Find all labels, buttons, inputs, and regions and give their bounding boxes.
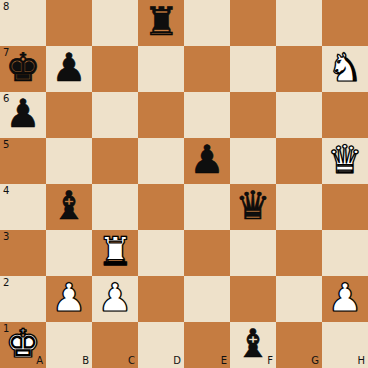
square-g3[interactable] <box>276 230 322 276</box>
square-h7[interactable]: ♞ <box>322 46 368 92</box>
square-h2[interactable]: ♟ <box>322 276 368 322</box>
file-label-a: A <box>36 356 43 366</box>
square-f1[interactable]: ♝F <box>230 322 276 368</box>
square-b8[interactable] <box>46 0 92 46</box>
square-d1[interactable]: D <box>138 322 184 368</box>
file-label-e: E <box>221 356 227 366</box>
square-c6[interactable] <box>92 92 138 138</box>
rank-label-4: 4 <box>3 186 9 196</box>
square-h3[interactable] <box>322 230 368 276</box>
square-f3[interactable] <box>230 230 276 276</box>
square-a7[interactable]: ♚7 <box>0 46 46 92</box>
square-g7[interactable] <box>276 46 322 92</box>
file-label-b: B <box>82 356 89 366</box>
rank-label-6: 6 <box>3 94 9 104</box>
square-b6[interactable] <box>46 92 92 138</box>
square-e5[interactable]: ♟ <box>184 138 230 184</box>
square-f8[interactable] <box>230 0 276 46</box>
square-e8[interactable] <box>184 0 230 46</box>
square-g2[interactable] <box>276 276 322 322</box>
square-e1[interactable]: E <box>184 322 230 368</box>
square-a3[interactable]: 3 <box>0 230 46 276</box>
square-c8[interactable] <box>92 0 138 46</box>
black-bishop[interactable]: ♝ <box>52 183 87 229</box>
square-b3[interactable] <box>46 230 92 276</box>
file-label-g: G <box>311 356 319 366</box>
square-d2[interactable] <box>138 276 184 322</box>
square-g1[interactable]: G <box>276 322 322 368</box>
square-d6[interactable] <box>138 92 184 138</box>
square-b4[interactable]: ♝ <box>46 184 92 230</box>
square-b7[interactable]: ♟ <box>46 46 92 92</box>
square-c3[interactable]: ♜ <box>92 230 138 276</box>
black-pawn[interactable]: ♟ <box>52 45 87 91</box>
square-d5[interactable] <box>138 138 184 184</box>
square-c1[interactable]: C <box>92 322 138 368</box>
rank-label-3: 3 <box>3 232 9 242</box>
square-b1[interactable]: B <box>46 322 92 368</box>
file-label-d: D <box>173 356 181 366</box>
chess-board: 8♜♚7♟♞♟65♟♛4♝♛3♜2♟♟♟♚1ABCDE♝FGH <box>0 0 368 368</box>
file-label-h: H <box>357 356 365 366</box>
white-knight[interactable]: ♞ <box>328 45 363 91</box>
rank-label-2: 2 <box>3 278 9 288</box>
square-h4[interactable] <box>322 184 368 230</box>
square-e4[interactable] <box>184 184 230 230</box>
square-a8[interactable]: 8 <box>0 0 46 46</box>
square-e6[interactable] <box>184 92 230 138</box>
square-e2[interactable] <box>184 276 230 322</box>
square-b5[interactable] <box>46 138 92 184</box>
square-c2[interactable]: ♟ <box>92 276 138 322</box>
square-f7[interactable] <box>230 46 276 92</box>
square-h6[interactable] <box>322 92 368 138</box>
black-pawn[interactable]: ♟ <box>190 137 225 183</box>
square-e3[interactable] <box>184 230 230 276</box>
square-c4[interactable] <box>92 184 138 230</box>
white-pawn[interactable]: ♟ <box>328 275 363 321</box>
square-d7[interactable] <box>138 46 184 92</box>
square-a1[interactable]: ♚1A <box>0 322 46 368</box>
square-a2[interactable]: 2 <box>0 276 46 322</box>
rank-label-8: 8 <box>3 2 9 12</box>
square-c5[interactable] <box>92 138 138 184</box>
square-f2[interactable] <box>230 276 276 322</box>
square-a4[interactable]: 4 <box>0 184 46 230</box>
square-d4[interactable] <box>138 184 184 230</box>
white-pawn[interactable]: ♟ <box>52 275 87 321</box>
black-rook[interactable]: ♜ <box>144 0 179 45</box>
black-pawn[interactable]: ♟ <box>6 91 41 137</box>
rank-label-1: 1 <box>3 324 9 334</box>
square-h8[interactable] <box>322 0 368 46</box>
white-pawn[interactable]: ♟ <box>98 275 133 321</box>
square-f4[interactable]: ♛ <box>230 184 276 230</box>
rank-label-5: 5 <box>3 140 9 150</box>
square-h5[interactable]: ♛ <box>322 138 368 184</box>
white-queen[interactable]: ♛ <box>328 137 363 183</box>
file-label-f: F <box>267 356 273 366</box>
white-rook[interactable]: ♜ <box>98 229 133 275</box>
square-d8[interactable]: ♜ <box>138 0 184 46</box>
square-g5[interactable] <box>276 138 322 184</box>
square-a6[interactable]: ♟6 <box>0 92 46 138</box>
square-c7[interactable] <box>92 46 138 92</box>
square-g4[interactable] <box>276 184 322 230</box>
rank-label-7: 7 <box>3 48 9 58</box>
square-d3[interactable] <box>138 230 184 276</box>
file-label-c: C <box>128 356 135 366</box>
square-g6[interactable] <box>276 92 322 138</box>
square-f6[interactable] <box>230 92 276 138</box>
square-e7[interactable] <box>184 46 230 92</box>
black-queen[interactable]: ♛ <box>236 183 271 229</box>
black-king[interactable]: ♚ <box>6 45 41 91</box>
square-h1[interactable]: H <box>322 322 368 368</box>
square-g8[interactable] <box>276 0 322 46</box>
square-a5[interactable]: 5 <box>0 138 46 184</box>
square-b2[interactable]: ♟ <box>46 276 92 322</box>
square-f5[interactable] <box>230 138 276 184</box>
black-bishop[interactable]: ♝ <box>236 321 271 367</box>
